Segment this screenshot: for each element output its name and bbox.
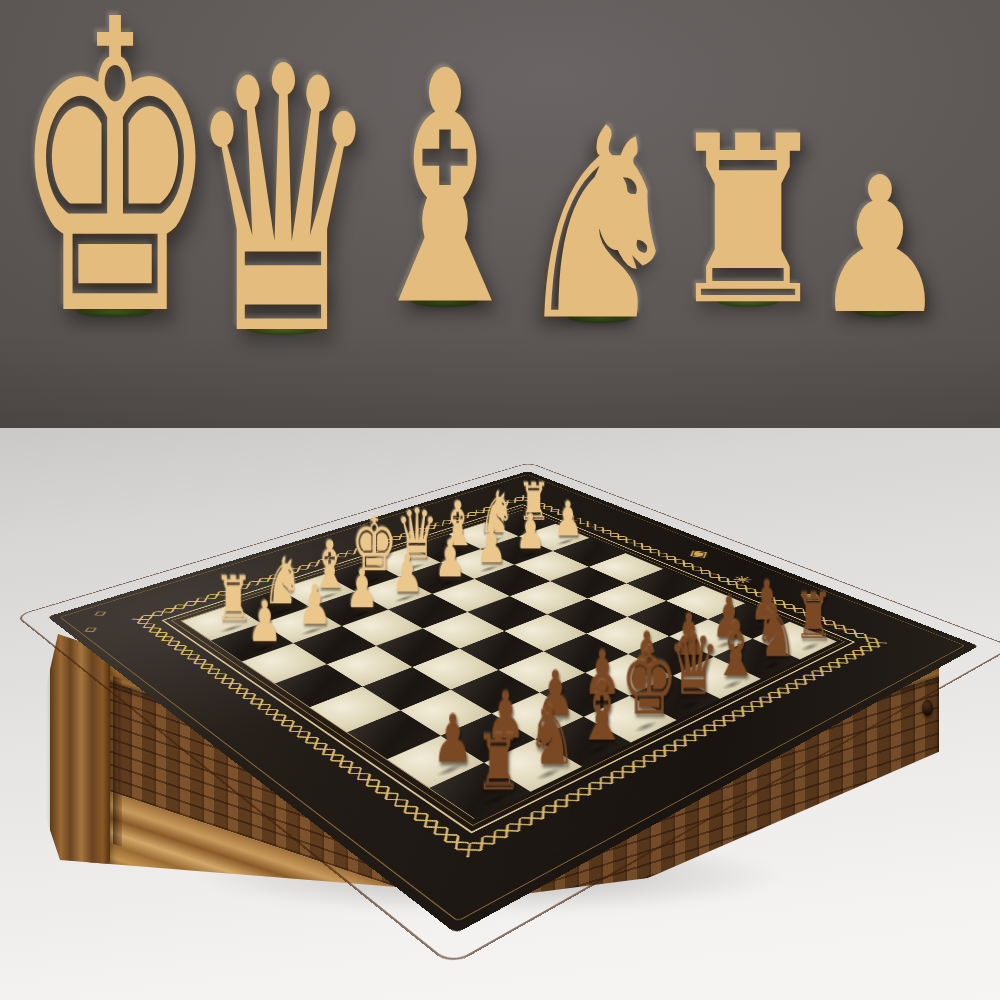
black-bishop: ♝: [577, 670, 628, 752]
black-rook: ♜: [475, 726, 522, 802]
white-pawn: ♟: [247, 593, 282, 650]
green-felt-base: [411, 296, 479, 307]
green-felt-base: [717, 296, 780, 307]
piece-shadow: [841, 302, 919, 322]
white-pawn: ♟: [345, 562, 378, 616]
piece-shadow: [393, 292, 497, 312]
white-pawn: ♟: [391, 547, 424, 600]
black-knight: ♞: [754, 597, 797, 667]
board-3d-scene: ◈ ✳ ◈ ◇ ◇ ♜♞♝♚♛♝♞♜♟♟♟♟♟♟♟♟♟♟♟♟♟♟♟♟♜♞♝♚♛♝…: [0, 428, 1000, 1000]
piece-shadow: [227, 320, 339, 340]
black-rook: ♜: [794, 586, 833, 648]
piece-shadow: [55, 302, 175, 322]
black-king: ♚: [620, 636, 677, 729]
piece-shadow: [550, 308, 651, 328]
piece-lineup-photo: ♚♛♝♞♜♟: [0, 0, 1000, 428]
white-pawn: ♟: [434, 533, 466, 584]
white-pawn: ♟: [476, 520, 507, 570]
green-felt-base: [247, 324, 320, 335]
white-pawn: ♟: [553, 495, 583, 543]
black-knight: ♞: [527, 695, 577, 776]
board: ◈ ✳ ◈ ◇ ◇ ♜♞♝♚♛♝♞♜♟♟♟♟♟♟♟♟♟♟♟♟♟♟♟♟♜♞♝♚♛♝…: [47, 471, 979, 933]
chess-box-photo: ◈ ✳ ◈ ◇ ◇ ♜♞♝♚♛♝♞♜♟♟♟♟♟♟♟♟♟♟♟♟♟♟♟♟♜♞♝♚♛♝…: [0, 428, 1000, 1000]
white-pawn: ♟: [515, 507, 545, 556]
piece-shadow: [700, 292, 796, 312]
green-felt-base: [76, 306, 154, 317]
green-felt-base: [855, 306, 906, 317]
white-pawn: ♟: [297, 577, 331, 632]
black-pawn: ♟: [432, 706, 473, 773]
green-felt-base: [567, 312, 633, 323]
